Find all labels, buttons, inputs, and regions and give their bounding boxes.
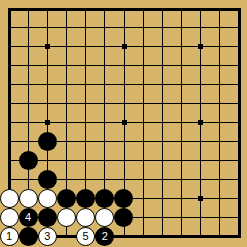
board-intersection xyxy=(0,208,19,227)
board-intersection: 2 xyxy=(95,227,114,246)
black-stone xyxy=(19,151,38,170)
white-stone: 3 xyxy=(38,227,57,246)
white-stone xyxy=(38,189,57,208)
board-intersection xyxy=(76,189,95,208)
board-intersection xyxy=(95,189,114,208)
white-stone: 5 xyxy=(76,227,95,246)
black-stone: 2 xyxy=(95,227,114,246)
white-stone xyxy=(0,208,19,227)
white-stone xyxy=(0,189,19,208)
black-stone xyxy=(38,208,57,227)
white-stone xyxy=(57,208,76,227)
move-number: 2 xyxy=(102,230,108,241)
stones-layer: 41352 xyxy=(0,0,247,246)
go-board: 41352 xyxy=(0,0,247,247)
board-intersection xyxy=(38,189,57,208)
move-number: 3 xyxy=(44,230,50,241)
move-number: 1 xyxy=(6,230,12,241)
board-intersection xyxy=(38,208,57,227)
board-intersection xyxy=(0,189,19,208)
board-intersection xyxy=(114,189,133,208)
white-stone xyxy=(95,208,114,227)
white-stone xyxy=(76,208,95,227)
board-intersection xyxy=(76,208,95,227)
board-intersection xyxy=(57,189,76,208)
go-diagram: 41352 xyxy=(0,0,247,247)
board-intersection xyxy=(19,227,38,246)
black-stone xyxy=(76,189,95,208)
board-intersection xyxy=(57,208,76,227)
board-intersection: 1 xyxy=(0,227,19,246)
board-intersection xyxy=(95,208,114,227)
black-stone xyxy=(38,170,57,189)
move-number: 4 xyxy=(25,211,31,222)
board-intersection xyxy=(114,208,133,227)
move-number: 5 xyxy=(83,230,89,241)
white-stone xyxy=(19,189,38,208)
black-stone xyxy=(114,208,133,227)
black-stone xyxy=(19,227,38,246)
black-stone xyxy=(57,189,76,208)
black-stone xyxy=(38,132,57,151)
board-intersection xyxy=(19,151,38,170)
black-stone xyxy=(114,189,133,208)
board-intersection: 4 xyxy=(19,208,38,227)
board-intersection: 3 xyxy=(38,227,57,246)
black-stone xyxy=(95,189,114,208)
board-intersection: 5 xyxy=(76,227,95,246)
board-intersection xyxy=(38,170,57,189)
board-intersection xyxy=(19,189,38,208)
white-stone: 1 xyxy=(0,227,19,246)
black-stone: 4 xyxy=(19,208,38,227)
board-intersection xyxy=(38,132,57,151)
